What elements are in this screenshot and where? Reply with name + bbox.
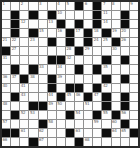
cell[interactable]: 67: [39, 138, 47, 146]
block-cell: [66, 84, 74, 92]
block-cell: [39, 120, 47, 128]
block-cell: [11, 11, 19, 19]
cell[interactable]: [29, 56, 37, 64]
cell[interactable]: 14: [102, 20, 110, 28]
cell[interactable]: [66, 20, 74, 28]
cell[interactable]: 2: [20, 2, 28, 10]
block-cell: [66, 129, 74, 137]
cell[interactable]: [66, 11, 74, 19]
cell[interactable]: 38: [29, 75, 37, 83]
cell[interactable]: 31: [2, 56, 10, 64]
cell[interactable]: [39, 56, 47, 64]
cell[interactable]: [84, 11, 92, 19]
cell-number: 28: [66, 47, 71, 51]
cell[interactable]: 40: [2, 84, 10, 92]
cell[interactable]: [39, 11, 47, 19]
cell[interactable]: [20, 38, 28, 46]
cell-number: 51: [85, 102, 90, 106]
cell[interactable]: [39, 20, 47, 28]
cell[interactable]: [11, 84, 19, 92]
cell[interactable]: 11: [102, 11, 110, 19]
cell[interactable]: 3: [39, 2, 47, 10]
cell-number: 46: [76, 93, 81, 97]
cell[interactable]: 50: [57, 102, 65, 110]
block-cell: [29, 138, 37, 146]
cell[interactable]: 54: [75, 111, 83, 119]
cell[interactable]: [75, 38, 83, 46]
block-cell: [93, 111, 101, 119]
cell[interactable]: [130, 75, 138, 83]
block-cell: [75, 65, 83, 73]
cell[interactable]: 60: [112, 120, 120, 128]
cell[interactable]: 22: [11, 38, 19, 46]
cell[interactable]: 13: [48, 20, 56, 28]
block-cell: [11, 93, 19, 101]
cell-number: 43: [21, 93, 26, 97]
cell[interactable]: [20, 102, 28, 110]
cell[interactable]: 63: [75, 129, 83, 137]
cell[interactable]: 24: [93, 38, 101, 46]
cell[interactable]: [57, 47, 65, 55]
cell[interactable]: 18: [93, 29, 101, 37]
cell[interactable]: 68: [84, 138, 92, 146]
cell[interactable]: [75, 11, 83, 19]
block-cell: [121, 20, 129, 28]
cell[interactable]: [112, 11, 120, 19]
cell-number: 8: [112, 2, 114, 6]
cell[interactable]: [66, 102, 74, 110]
cell-number: 13: [48, 20, 53, 24]
cell[interactable]: [11, 120, 19, 128]
cell[interactable]: 25: [102, 38, 110, 46]
crossword-grid: 1234567891011121314151617181920212223242…: [0, 0, 140, 148]
cell[interactable]: 33: [39, 65, 47, 73]
block-cell: [93, 11, 101, 19]
block-cell: [93, 84, 101, 92]
cell[interactable]: [48, 65, 56, 73]
cell[interactable]: 20: [121, 29, 129, 37]
cell-number: 4: [57, 2, 59, 6]
cell-number: 58: [48, 120, 53, 124]
cell[interactable]: [121, 2, 129, 10]
cell[interactable]: 35: [102, 65, 110, 73]
cell-number: 2: [21, 2, 23, 6]
cell[interactable]: [48, 129, 56, 137]
cell[interactable]: 28: [66, 47, 74, 55]
block-cell: [29, 65, 37, 73]
block-cell: [75, 20, 83, 28]
cell[interactable]: 7: [102, 2, 110, 10]
cell[interactable]: [11, 138, 19, 146]
block-cell: [2, 129, 10, 137]
cell[interactable]: 37: [11, 75, 19, 83]
cell-number: 39: [57, 75, 62, 79]
block-cell: [130, 129, 138, 137]
cell[interactable]: 66: [2, 138, 10, 146]
cell[interactable]: 42: [102, 84, 110, 92]
block-cell: [29, 11, 37, 19]
cell[interactable]: 27: [11, 47, 19, 55]
cell[interactable]: 51: [84, 102, 92, 110]
cell-number: 42: [103, 84, 108, 88]
block-cell: [121, 120, 129, 128]
cell[interactable]: 45: [66, 93, 74, 101]
block-cell: [102, 102, 110, 110]
block-cell: [112, 38, 120, 46]
cell[interactable]: 15: [39, 29, 47, 37]
block-cell: [75, 2, 83, 10]
cell-number: 17: [76, 29, 81, 33]
cell[interactable]: [75, 56, 83, 64]
cell[interactable]: [57, 38, 65, 46]
cell[interactable]: [66, 138, 74, 146]
cell[interactable]: [66, 120, 74, 128]
cell-number: 66: [3, 138, 8, 142]
cell[interactable]: [75, 75, 83, 83]
block-cell: [102, 56, 110, 64]
cell-number: 7: [103, 2, 105, 6]
cell-number: 61: [21, 129, 26, 133]
cell[interactable]: [130, 29, 138, 37]
block-cell: [102, 29, 110, 37]
cell[interactable]: [112, 84, 120, 92]
cell[interactable]: [48, 47, 56, 55]
cell-number: 6: [85, 2, 87, 6]
cell[interactable]: [11, 102, 19, 110]
cell-number: 49: [48, 102, 53, 106]
block-cell: [84, 38, 92, 46]
block-cell: [11, 29, 19, 37]
cell[interactable]: [130, 138, 138, 146]
cell[interactable]: 61: [20, 129, 28, 137]
cell-number: 41: [21, 84, 26, 88]
cell[interactable]: [84, 84, 92, 92]
cell[interactable]: 53: [29, 111, 37, 119]
block-cell: [11, 65, 19, 73]
cell-number: 18: [94, 29, 99, 33]
cell[interactable]: [20, 56, 28, 64]
cell[interactable]: [102, 138, 110, 146]
cell[interactable]: 5: [66, 2, 74, 10]
cell[interactable]: [130, 38, 138, 46]
cell[interactable]: 39: [57, 75, 65, 83]
cell[interactable]: [84, 65, 92, 73]
cell[interactable]: [84, 111, 92, 119]
cell[interactable]: [57, 138, 65, 146]
cell[interactable]: [75, 102, 83, 110]
cell-number: 14: [103, 20, 108, 24]
cell[interactable]: [112, 75, 120, 83]
block-cell: [93, 65, 101, 73]
cell-number: 47: [94, 93, 99, 97]
block-cell: [11, 129, 19, 137]
cell-number: 44: [48, 93, 53, 97]
cell[interactable]: [57, 84, 65, 92]
cell[interactable]: 41: [20, 84, 28, 92]
block-cell: [121, 11, 129, 19]
cell[interactable]: [84, 120, 92, 128]
cell-number: 12: [21, 20, 26, 24]
cell[interactable]: [130, 11, 138, 19]
cell[interactable]: [20, 120, 28, 128]
cell[interactable]: [48, 138, 56, 146]
cell[interactable]: [29, 120, 37, 128]
cell-number: 11: [103, 11, 108, 15]
cell-number: 60: [112, 120, 117, 124]
cell-number: 1: [3, 2, 5, 6]
cell[interactable]: [48, 111, 56, 119]
cell-number: 33: [39, 65, 44, 69]
cell[interactable]: [39, 111, 47, 119]
cell[interactable]: [102, 120, 110, 128]
block-cell: [2, 47, 10, 55]
cell[interactable]: [39, 93, 47, 101]
cell[interactable]: [130, 20, 138, 28]
cell[interactable]: 56: [121, 111, 129, 119]
cell-number: 55: [103, 111, 108, 115]
cell[interactable]: 29: [84, 47, 92, 55]
block-cell: [84, 29, 92, 37]
cell-number: 37: [12, 75, 17, 79]
cell[interactable]: [2, 11, 10, 19]
cell[interactable]: [130, 93, 138, 101]
block-cell: [29, 102, 37, 110]
block-cell: [29, 29, 37, 37]
cell-number: 62: [39, 129, 44, 133]
cell[interactable]: [66, 75, 74, 83]
cell[interactable]: [39, 38, 47, 46]
cell[interactable]: 62: [39, 129, 47, 137]
cell[interactable]: [130, 65, 138, 73]
cell[interactable]: 58: [48, 120, 56, 128]
cell[interactable]: [112, 102, 120, 110]
cell[interactable]: [130, 111, 138, 119]
cell[interactable]: [121, 84, 129, 92]
cell[interactable]: 34: [57, 65, 65, 73]
block-cell: [20, 75, 28, 83]
cell[interactable]: [84, 75, 92, 83]
cell-number: 29: [85, 47, 90, 51]
block-cell: [11, 111, 19, 119]
cell-number: 52: [21, 111, 26, 115]
cell[interactable]: 4: [57, 2, 65, 10]
cell[interactable]: [93, 138, 101, 146]
cell[interactable]: [2, 29, 10, 37]
cell[interactable]: [93, 56, 101, 64]
cell[interactable]: 46: [75, 93, 83, 101]
cell[interactable]: [112, 56, 120, 64]
cell[interactable]: 65: [121, 129, 129, 137]
cell-number: 16: [57, 29, 62, 33]
cell[interactable]: 10: [57, 11, 65, 19]
cell[interactable]: 44: [48, 93, 56, 101]
cell[interactable]: 23: [29, 38, 37, 46]
cell[interactable]: 59: [93, 120, 101, 128]
cell[interactable]: [20, 65, 28, 73]
cell[interactable]: [102, 47, 110, 55]
cell[interactable]: 55: [102, 111, 110, 119]
cell[interactable]: [121, 138, 129, 146]
cell-number: 63: [76, 129, 81, 133]
cell-number: 22: [12, 38, 17, 42]
cell-number: 15: [39, 29, 44, 33]
cell[interactable]: [130, 84, 138, 92]
cell[interactable]: [130, 56, 138, 64]
cell-number: 64: [112, 129, 117, 133]
cell[interactable]: [20, 47, 28, 55]
cell[interactable]: [84, 129, 92, 137]
cell[interactable]: [29, 93, 37, 101]
block-cell: [112, 111, 120, 119]
cell[interactable]: [48, 29, 56, 37]
cell[interactable]: [2, 111, 10, 119]
cell-number: 20: [121, 29, 126, 33]
cell[interactable]: [29, 47, 37, 55]
block-cell: [75, 47, 83, 55]
block-cell: [48, 75, 56, 83]
cell-number: 25: [103, 38, 108, 42]
cell[interactable]: [112, 138, 120, 146]
cell-number: 53: [30, 111, 35, 115]
cell-number: 35: [103, 65, 108, 69]
cell-number: 34: [57, 65, 62, 69]
cell[interactable]: [48, 2, 56, 10]
cell[interactable]: [121, 65, 129, 73]
cell-number: 23: [30, 38, 35, 42]
block-cell: [39, 102, 47, 110]
block-cell: [66, 111, 74, 119]
cell-number: 3: [39, 2, 41, 6]
cell-number: 57: [3, 120, 8, 124]
block-cell: [57, 20, 65, 28]
cell[interactable]: 9: [130, 2, 138, 10]
cell-number: 56: [121, 111, 126, 115]
cell[interactable]: [29, 129, 37, 137]
cell-number: 67: [39, 138, 44, 142]
block-cell: [102, 129, 110, 137]
cell[interactable]: [112, 20, 120, 28]
cell[interactable]: [39, 84, 47, 92]
cell[interactable]: [93, 129, 101, 137]
cell[interactable]: [84, 20, 92, 28]
cell-number: 36: [3, 75, 8, 79]
block-cell: [66, 29, 74, 37]
cell[interactable]: 6: [84, 2, 92, 10]
cell[interactable]: 32: [66, 56, 74, 64]
cell[interactable]: 36: [2, 75, 10, 83]
cell[interactable]: [93, 75, 101, 83]
block-cell: [48, 11, 56, 19]
cell[interactable]: [2, 65, 10, 73]
cell-number: 32: [66, 56, 71, 60]
block-cell: [102, 75, 110, 83]
cell[interactable]: 21: [2, 38, 10, 46]
cell[interactable]: 30: [112, 47, 120, 55]
cell[interactable]: [75, 120, 83, 128]
cell[interactable]: [57, 120, 65, 128]
cell[interactable]: [93, 47, 101, 55]
cell-number: 38: [30, 75, 35, 79]
cell-number: 48: [3, 102, 8, 106]
cell-number: 40: [3, 84, 8, 88]
cell-number: 31: [3, 56, 8, 60]
block-cell: [57, 93, 65, 101]
cell[interactable]: 8: [112, 2, 120, 10]
cell[interactable]: 19: [112, 29, 120, 37]
cell[interactable]: [2, 93, 10, 101]
cell[interactable]: [130, 120, 138, 128]
cell[interactable]: 57: [2, 120, 10, 128]
cell[interactable]: [11, 2, 19, 10]
cell[interactable]: [29, 20, 37, 28]
block-cell: [121, 102, 129, 110]
cell[interactable]: [20, 29, 28, 37]
cell[interactable]: [112, 93, 120, 101]
cell[interactable]: [93, 102, 101, 110]
cell[interactable]: 26: [121, 38, 129, 46]
cell[interactable]: [130, 102, 138, 110]
cell[interactable]: 43: [20, 93, 28, 101]
block-cell: [75, 138, 83, 146]
cell-number: 59: [94, 120, 99, 124]
cell[interactable]: [20, 11, 28, 19]
cell[interactable]: [130, 47, 138, 55]
cell[interactable]: [66, 65, 74, 73]
cell[interactable]: [121, 47, 129, 55]
block-cell: [121, 56, 129, 64]
cell[interactable]: 1: [2, 2, 10, 10]
cell-number: 5: [66, 2, 68, 6]
cell-number: 10: [57, 11, 62, 15]
cell[interactable]: [57, 111, 65, 119]
cell[interactable]: [20, 138, 28, 146]
cell[interactable]: [2, 20, 10, 28]
cell[interactable]: [29, 2, 37, 10]
cell[interactable]: 64: [112, 129, 120, 137]
block-cell: [121, 93, 129, 101]
cell-number: 26: [121, 38, 126, 42]
block-cell: [102, 93, 110, 101]
cell[interactable]: [57, 129, 65, 137]
cell[interactable]: [29, 84, 37, 92]
block-cell: [48, 38, 56, 46]
cell[interactable]: 17: [75, 29, 83, 37]
cell[interactable]: 49: [48, 102, 56, 110]
cell[interactable]: [39, 75, 47, 83]
cell[interactable]: 16: [57, 29, 65, 37]
block-cell: [93, 20, 101, 28]
cell[interactable]: [11, 56, 19, 64]
cell[interactable]: [84, 56, 92, 64]
block-cell: [66, 38, 74, 46]
block-cell: [48, 56, 56, 64]
cell[interactable]: 48: [2, 102, 10, 110]
block-cell: [11, 20, 19, 28]
cell-number: 30: [112, 47, 117, 51]
cell-number: 65: [121, 129, 126, 133]
block-cell: [57, 56, 65, 64]
cell[interactable]: [112, 65, 120, 73]
cell-number: 19: [112, 29, 117, 33]
cell-number: 9: [130, 2, 132, 6]
cell[interactable]: 12: [20, 20, 28, 28]
cell[interactable]: [39, 47, 47, 55]
cell[interactable]: 47: [93, 93, 101, 101]
cell[interactable]: 52: [20, 111, 28, 119]
cell-number: 50: [57, 102, 62, 106]
block-cell: [84, 93, 92, 101]
cell-number: 21: [3, 38, 8, 42]
